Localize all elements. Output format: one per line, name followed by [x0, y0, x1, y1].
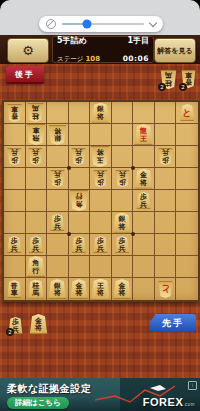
puzzle-info-panel: 5手詰め 1手目 ステージ108 00:06 [52, 36, 154, 63]
sente-piece-銀将[interactable]: 銀将 [48, 279, 67, 299]
board-square[interactable] [176, 256, 198, 278]
sente-piece-歩兵[interactable]: 歩兵 [71, 236, 86, 253]
board-square[interactable]: 歩兵 [47, 168, 69, 190]
board-square[interactable]: と [155, 278, 177, 300]
board-square[interactable] [155, 102, 177, 124]
gote-piece-桂馬[interactable]: 桂馬 [27, 103, 44, 122]
board-square[interactable] [112, 102, 134, 124]
board-square[interactable] [133, 212, 155, 234]
sente-hand-piece-歩兵[interactable]: 歩兵2 [8, 317, 23, 334]
gote-piece-歩兵[interactable]: 歩兵 [50, 170, 65, 187]
star-point [67, 232, 71, 236]
board-square[interactable]: 金将 [133, 168, 155, 190]
board-square[interactable] [69, 102, 91, 124]
board-square[interactable] [26, 190, 48, 212]
star-point [131, 166, 135, 170]
board-square[interactable] [176, 190, 198, 212]
gote-piece-歩兵[interactable]: 歩兵 [93, 170, 108, 187]
board-square[interactable]: 歩兵 [133, 190, 155, 212]
sente-piece-金将[interactable]: 金将 [113, 279, 132, 299]
board-square[interactable] [155, 234, 177, 256]
gote-hand-piece-桂馬[interactable]: 桂馬2 [160, 70, 177, 89]
chevron-down-icon[interactable] [149, 19, 157, 27]
gote-piece-歩兵[interactable]: 歩兵 [7, 148, 22, 165]
board-square[interactable]: 歩兵 [90, 234, 112, 256]
sente-piece-王将[interactable]: 王将 [90, 279, 110, 300]
sente-piece-銀将[interactable]: 銀将 [113, 213, 132, 233]
gote-piece-歩兵[interactable]: 歩兵 [115, 170, 130, 187]
ad-banner[interactable]: 柔軟な証拠金設定 詳細はこちら FOREX.com i [0, 378, 200, 411]
sente-piece-歩兵[interactable]: 歩兵 [93, 236, 108, 253]
board-square[interactable] [112, 190, 134, 212]
board-square[interactable] [26, 168, 48, 190]
gote-piece-玉将[interactable]: 玉将 [90, 146, 110, 167]
star-point [131, 232, 135, 236]
board-square[interactable] [112, 146, 134, 168]
board-square[interactable] [176, 234, 198, 256]
board-square[interactable]: 王将 [90, 278, 112, 300]
board-square[interactable] [176, 124, 198, 146]
board-square[interactable] [155, 124, 177, 146]
brightness-slider-pill[interactable] [39, 16, 163, 32]
gote-label: 後手 [6, 66, 44, 82]
board-square[interactable] [69, 212, 91, 234]
sente-piece-金将[interactable]: 金将 [29, 314, 48, 334]
board-square[interactable]: 金将 [69, 278, 91, 300]
board-square[interactable]: 歩兵 [112, 234, 134, 256]
board-square[interactable]: 歩兵 [26, 146, 48, 168]
board-square[interactable]: 桂馬 [26, 278, 48, 300]
sente-piece-香車[interactable]: 香車 [7, 280, 22, 298]
board-square[interactable] [4, 212, 26, 234]
board-square[interactable]: 桂馬 [26, 102, 48, 124]
board-square[interactable] [69, 256, 91, 278]
shogi-board[interactable]: 香車桂馬銀将と飛車銀将龍王歩兵歩兵歩兵玉将歩兵歩兵歩兵歩兵金将角行歩兵歩兵銀将歩… [2, 100, 200, 302]
board-square[interactable] [133, 234, 155, 256]
board-square[interactable] [90, 212, 112, 234]
board-square[interactable] [47, 256, 69, 278]
gote-piece-銀将[interactable]: 銀将 [48, 125, 67, 145]
board-square[interactable]: 龍王 [133, 124, 155, 146]
ad-headline: 柔軟な証拠金設定 [7, 382, 91, 396]
gote-piece-飛車[interactable]: 飛車 [26, 124, 46, 145]
timer: 00:06 [123, 54, 149, 63]
sente-piece-歩兵[interactable]: 歩兵 [115, 236, 130, 253]
settings-button[interactable]: ⚙ [7, 38, 49, 63]
board-square[interactable]: 角行 [26, 256, 48, 278]
board-square[interactable] [133, 146, 155, 168]
board-square[interactable]: 歩兵 [155, 146, 177, 168]
gote-piece-歩兵[interactable]: 歩兵 [71, 148, 86, 165]
gote-hand-tray: 桂馬2香車2 [160, 70, 196, 89]
board-square[interactable] [47, 146, 69, 168]
board-square[interactable]: 角行 [69, 190, 91, 212]
sente-hand-tray: 歩兵2金将 [8, 314, 48, 334]
board-square[interactable] [112, 256, 134, 278]
star-point [67, 166, 71, 170]
board-square[interactable] [4, 190, 26, 212]
hand-count-badge: 2 [158, 83, 166, 91]
board-square[interactable] [112, 124, 134, 146]
mute-icon [46, 19, 56, 29]
board-square[interactable]: 歩兵 [26, 234, 48, 256]
board-square[interactable] [90, 124, 112, 146]
board-square[interactable]: 歩兵 [69, 234, 91, 256]
gote-piece-歩兵[interactable]: 歩兵 [28, 148, 43, 165]
board-square[interactable] [176, 168, 198, 190]
board-square[interactable] [4, 256, 26, 278]
board-square[interactable]: 香車 [4, 278, 26, 300]
board-square[interactable] [133, 256, 155, 278]
board-square[interactable] [47, 234, 69, 256]
board-square[interactable] [47, 190, 69, 212]
board-square[interactable] [4, 168, 26, 190]
hand-count-badge: 2 [179, 83, 187, 91]
board-square[interactable] [4, 124, 26, 146]
board-square[interactable]: 金将 [112, 278, 134, 300]
board-square[interactable] [176, 146, 198, 168]
gote-piece-歩兵[interactable]: 歩兵 [158, 148, 173, 165]
board-square[interactable]: 玉将 [90, 146, 112, 168]
board-square[interactable] [155, 256, 177, 278]
status-bar [0, 0, 200, 35]
slider-handle[interactable] [82, 20, 91, 29]
app-header: ⚙ 5手詰め 1手目 ステージ108 00:06 解答を見る [0, 35, 200, 64]
sente-piece-と[interactable]: と [180, 104, 195, 121]
play-field: 後手 桂馬2香車2 香車桂馬銀将と飛車銀将龍王歩兵歩兵歩兵玉将歩兵歩兵歩兵歩兵金… [0, 64, 200, 378]
gote-hand-piece-香車[interactable]: 香車2 [181, 70, 196, 89]
board-square[interactable]: 歩兵 [4, 234, 26, 256]
gote-piece-と[interactable]: と [158, 281, 173, 298]
board-square[interactable]: 銀将 [47, 124, 69, 146]
board-square[interactable]: 香車 [4, 102, 26, 124]
board-square[interactable] [133, 278, 155, 300]
sente-label: 先手 [150, 314, 196, 332]
board-square[interactable]: 歩兵 [47, 212, 69, 234]
board-square[interactable] [90, 190, 112, 212]
sente-piece-歩兵[interactable]: 歩兵 [7, 236, 22, 253]
board-square[interactable] [133, 102, 155, 124]
move-counter: 1手目 [127, 35, 149, 46]
board-square[interactable]: 銀将 [112, 212, 134, 234]
ad-brand-logo: FOREX.com [143, 396, 195, 408]
sente-piece-桂馬[interactable]: 桂馬 [27, 280, 44, 299]
hand-count-badge: 2 [6, 328, 14, 336]
sente-piece-龍王[interactable]: 龍王 [134, 124, 154, 145]
sente-piece-金将[interactable]: 金将 [134, 169, 153, 189]
board-square[interactable] [69, 124, 91, 146]
gote-piece-香車[interactable]: 香車 [7, 104, 22, 122]
board-square[interactable]: と [176, 102, 198, 124]
board-square[interactable]: 歩兵 [112, 168, 134, 190]
board-square[interactable]: 歩兵 [69, 146, 91, 168]
board-square[interactable] [155, 168, 177, 190]
puzzle-type-label: 5手詰め [57, 35, 87, 46]
ad-info-icon[interactable]: i [188, 381, 197, 390]
board-square[interactable]: 飛車 [26, 124, 48, 146]
gote-piece-角行[interactable]: 角行 [69, 190, 89, 211]
sente-piece-金将[interactable]: 金将 [69, 279, 88, 299]
board-square[interactable]: 銀将 [90, 102, 112, 124]
sente-piece-歩兵[interactable]: 歩兵 [50, 214, 65, 231]
ad-cta-button[interactable]: 詳細はこちら [7, 397, 69, 409]
board-square[interactable]: 銀将 [47, 278, 69, 300]
board-square[interactable] [47, 102, 69, 124]
board-square[interactable] [90, 256, 112, 278]
sente-hand-piece-金将[interactable]: 金将 [29, 314, 48, 334]
sente-piece-歩兵[interactable]: 歩兵 [28, 236, 43, 253]
slider-track[interactable] [62, 23, 144, 25]
sente-piece-角行[interactable]: 角行 [26, 256, 46, 277]
board-square[interactable] [69, 168, 91, 190]
stage-label: ステージ108 [57, 46, 100, 65]
board-square[interactable]: 歩兵 [4, 146, 26, 168]
board-square[interactable] [176, 278, 198, 300]
show-answer-button[interactable]: 解答を見る [154, 38, 196, 63]
sente-piece-歩兵[interactable]: 歩兵 [136, 192, 151, 209]
board-square[interactable] [176, 212, 198, 234]
sente-piece-銀将[interactable]: 銀将 [91, 103, 110, 123]
board-square[interactable] [26, 212, 48, 234]
board-square[interactable] [155, 212, 177, 234]
board-square[interactable]: 歩兵 [90, 168, 112, 190]
gear-icon: ⚙ [22, 43, 34, 58]
board-square[interactable] [155, 190, 177, 212]
